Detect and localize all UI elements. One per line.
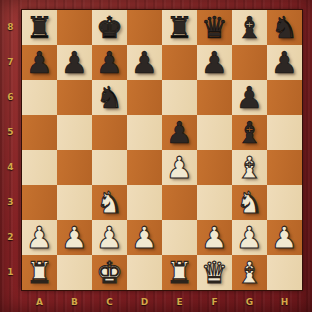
square-d8[interactable] [127,10,162,45]
piece-wn-g3[interactable]: ♞ [232,185,267,220]
file-label-d: D [127,294,162,311]
square-g5[interactable]: ♝ [232,115,267,150]
piece-wp-d2[interactable]: ♟ [127,220,162,255]
square-g4[interactable]: ♝ [232,150,267,185]
square-e1[interactable]: ♜ [162,255,197,290]
piece-wn-c3[interactable]: ♞ [92,185,127,220]
rank-label-5: 5 [1,115,20,150]
square-h5[interactable] [267,115,302,150]
square-f4[interactable] [197,150,232,185]
square-h2[interactable]: ♟ [267,220,302,255]
square-e6[interactable] [162,80,197,115]
square-b3[interactable] [57,185,92,220]
piece-bn-h8[interactable]: ♞ [267,10,302,45]
square-c8[interactable]: ♚ [92,10,127,45]
square-e2[interactable] [162,220,197,255]
square-d1[interactable] [127,255,162,290]
square-g7[interactable] [232,45,267,80]
square-c4[interactable] [92,150,127,185]
piece-bp-c7[interactable]: ♟ [92,45,127,80]
piece-bp-g6[interactable]: ♟ [232,80,267,115]
square-f1[interactable]: ♛ [197,255,232,290]
square-a7[interactable]: ♟ [22,45,57,80]
piece-wp-b2[interactable]: ♟ [57,220,92,255]
square-g1[interactable]: ♝ [232,255,267,290]
piece-bp-d7[interactable]: ♟ [127,45,162,80]
square-e3[interactable] [162,185,197,220]
board-frame: 8 7 6 5 4 3 2 1 A B C D E F G H ♜♚♜♛♝♞♟♟… [0,0,312,312]
square-b5[interactable] [57,115,92,150]
piece-wp-h2[interactable]: ♟ [267,220,302,255]
rank-label-1: 1 [1,255,20,290]
square-h7[interactable]: ♟ [267,45,302,80]
square-a2[interactable]: ♟ [22,220,57,255]
square-h6[interactable] [267,80,302,115]
square-e8[interactable]: ♜ [162,10,197,45]
square-a1[interactable]: ♜ [22,255,57,290]
file-label-b: B [57,294,92,311]
square-b2[interactable]: ♟ [57,220,92,255]
square-a4[interactable] [22,150,57,185]
file-label-f: F [197,294,232,311]
square-f7[interactable]: ♟ [197,45,232,80]
piece-wb-g1[interactable]: ♝ [232,255,267,290]
square-d3[interactable] [127,185,162,220]
piece-bk-c8[interactable]: ♚ [92,10,127,45]
square-b1[interactable] [57,255,92,290]
square-h1[interactable] [267,255,302,290]
piece-bp-b7[interactable]: ♟ [57,45,92,80]
rank-label-7: 7 [1,45,20,80]
square-h8[interactable]: ♞ [267,10,302,45]
piece-bp-h7[interactable]: ♟ [267,45,302,80]
file-label-c: C [92,294,127,311]
square-c3[interactable]: ♞ [92,185,127,220]
piece-bp-e5[interactable]: ♟ [162,115,197,150]
piece-bp-a7[interactable]: ♟ [22,45,57,80]
piece-wq-f1[interactable]: ♛ [197,255,232,290]
square-a8[interactable]: ♜ [22,10,57,45]
square-b4[interactable] [57,150,92,185]
rank-label-3: 3 [1,185,20,220]
square-g3[interactable]: ♞ [232,185,267,220]
square-h3[interactable] [267,185,302,220]
square-b8[interactable] [57,10,92,45]
square-c6[interactable]: ♞ [92,80,127,115]
rank-label-8: 8 [1,10,20,45]
piece-bq-f8[interactable]: ♛ [197,10,232,45]
square-b7[interactable]: ♟ [57,45,92,80]
square-e7[interactable] [162,45,197,80]
square-e4[interactable]: ♟ [162,150,197,185]
file-label-g: G [232,294,267,311]
square-g2[interactable]: ♟ [232,220,267,255]
square-c5[interactable] [92,115,127,150]
square-a6[interactable] [22,80,57,115]
square-f6[interactable] [197,80,232,115]
square-e5[interactable]: ♟ [162,115,197,150]
square-c2[interactable]: ♟ [92,220,127,255]
square-c7[interactable]: ♟ [92,45,127,80]
square-a5[interactable] [22,115,57,150]
rank-label-2: 2 [1,220,20,255]
square-h4[interactable] [267,150,302,185]
piece-bb-g5[interactable]: ♝ [232,115,267,150]
piece-wp-a2[interactable]: ♟ [22,220,57,255]
square-g8[interactable]: ♝ [232,10,267,45]
piece-bp-f7[interactable]: ♟ [197,45,232,80]
piece-wb-g4[interactable]: ♝ [232,150,267,185]
square-f2[interactable]: ♟ [197,220,232,255]
square-d2[interactable]: ♟ [127,220,162,255]
square-f5[interactable] [197,115,232,150]
file-label-h: H [267,294,302,311]
rank-label-4: 4 [1,150,20,185]
piece-wp-c2[interactable]: ♟ [92,220,127,255]
rank-label-6: 6 [1,80,20,115]
square-g6[interactable]: ♟ [232,80,267,115]
square-d7[interactable]: ♟ [127,45,162,80]
file-label-e: E [162,294,197,311]
square-d6[interactable] [127,80,162,115]
piece-wr-e1[interactable]: ♜ [162,255,197,290]
piece-wp-g2[interactable]: ♟ [232,220,267,255]
piece-wp-f2[interactable]: ♟ [197,220,232,255]
piece-br-a8[interactable]: ♜ [22,10,57,45]
piece-wk-c1[interactable]: ♚ [92,255,127,290]
square-b6[interactable] [57,80,92,115]
chess-board: ♜♚♜♛♝♞♟♟♟♟♟♟♞♟♟♝♟♝♞♞♟♟♟♟♟♟♟♜♚♜♛♝ [22,10,302,290]
piece-bn-c6[interactable]: ♞ [92,80,127,115]
piece-wp-e4[interactable]: ♟ [162,150,197,185]
square-c1[interactable]: ♚ [92,255,127,290]
square-f3[interactable] [197,185,232,220]
square-f8[interactable]: ♛ [197,10,232,45]
piece-br-e8[interactable]: ♜ [162,10,197,45]
square-d5[interactable] [127,115,162,150]
square-a3[interactable] [22,185,57,220]
piece-bb-g8[interactable]: ♝ [232,10,267,45]
piece-wr-a1[interactable]: ♜ [22,255,57,290]
square-d4[interactable] [127,150,162,185]
file-label-a: A [22,294,57,311]
